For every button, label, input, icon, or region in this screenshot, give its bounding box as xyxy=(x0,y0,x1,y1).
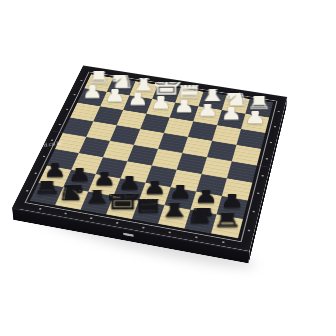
square xyxy=(164,187,196,210)
latch-icon xyxy=(123,233,134,237)
edge-dot-icon xyxy=(257,192,259,194)
edge-dot-icon xyxy=(103,71,105,72)
square xyxy=(106,196,139,219)
square xyxy=(177,153,207,174)
edge-dot-icon xyxy=(168,231,171,233)
square xyxy=(96,157,128,178)
edge-dot-icon xyxy=(66,108,68,109)
edge-dot-icon xyxy=(125,75,127,76)
edge-dot-icon xyxy=(73,94,75,95)
square xyxy=(39,166,72,188)
square xyxy=(158,133,188,153)
square xyxy=(232,145,261,166)
square xyxy=(139,183,171,205)
square xyxy=(158,205,190,228)
edge-dot-icon xyxy=(170,82,172,83)
edge-dot-icon xyxy=(273,126,275,128)
square xyxy=(196,174,227,196)
square xyxy=(184,210,216,234)
edge-dot-icon xyxy=(265,158,267,160)
edge-dot-icon xyxy=(115,221,118,223)
edge-dot-icon xyxy=(58,123,60,125)
edge-dot-icon xyxy=(238,92,240,93)
square xyxy=(145,166,176,188)
square xyxy=(80,192,113,215)
square xyxy=(71,153,103,174)
edge-dot-icon xyxy=(261,174,263,176)
edge-dot-icon xyxy=(261,96,263,97)
edge-dot-icon xyxy=(192,85,194,86)
perspective-wrapper: ♜♞♝♚♛♝♞♜♟♟♟♟♟♟♟♟♟♟♟♟♟♟♟♟♜♞♝♚♛♝♞♜ xyxy=(45,36,271,262)
edge-dot-icon xyxy=(42,155,45,157)
square xyxy=(88,174,120,196)
edge-dot-icon xyxy=(269,141,271,143)
square xyxy=(171,170,202,192)
chess-board: ♜♞♝♚♛♝♞♜♟♟♟♟♟♟♟♟♟♟♟♟♟♟♟♟♜♞♝♚♛♝♞♜ xyxy=(12,66,287,252)
edge-dot-icon xyxy=(80,80,82,81)
edge-dot-icon xyxy=(247,229,250,231)
edge-dot-icon xyxy=(277,110,279,111)
edge-dot-icon xyxy=(147,78,149,79)
edge-dot-icon xyxy=(90,217,93,219)
square xyxy=(227,161,257,182)
edge-dot-icon xyxy=(64,212,67,214)
square xyxy=(217,196,248,219)
square xyxy=(207,141,237,161)
edge-dot-icon xyxy=(222,241,225,243)
square xyxy=(55,187,88,210)
square xyxy=(202,157,232,178)
square xyxy=(152,149,183,170)
edge-dot-icon xyxy=(39,207,42,209)
edge-dot-icon xyxy=(34,172,37,174)
square xyxy=(182,137,212,157)
square xyxy=(132,201,165,224)
square xyxy=(222,178,253,200)
square xyxy=(63,170,95,192)
edge-dot-icon xyxy=(215,89,217,90)
square xyxy=(211,214,243,238)
edge-dot-icon xyxy=(252,210,254,212)
square xyxy=(47,149,79,170)
edge-dot-icon xyxy=(195,236,198,238)
product-photo: ♜♞♝♚♛♝♞♜♟♟♟♟♟♟♟♟♟♟♟♟♟♟♟♟♜♞♝♚♛♝♞♜ www.gob… xyxy=(0,0,336,336)
square xyxy=(190,192,221,215)
edge-dot-icon xyxy=(142,226,145,228)
edge-dot-icon xyxy=(26,189,29,191)
square xyxy=(30,183,63,205)
square xyxy=(120,161,151,182)
square xyxy=(113,178,145,200)
